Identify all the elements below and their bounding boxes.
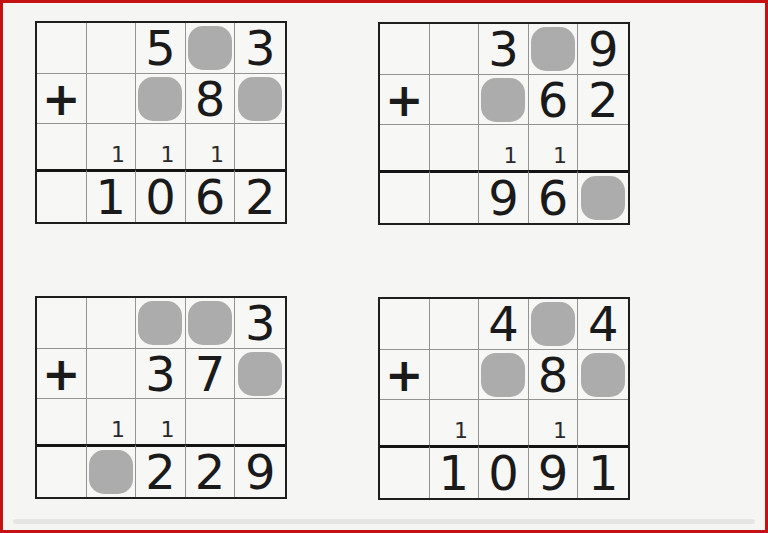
- grid3-cell-r1c5: 3: [235, 298, 285, 348]
- grid3-cell-r2c2: [87, 348, 137, 398]
- grid3-cell-r3c2: 1: [87, 398, 137, 444]
- grid1-cell-r1c3: 5: [136, 23, 186, 73]
- digit: 6: [195, 173, 226, 221]
- hidden-digit-blob: [581, 353, 625, 397]
- addition-grid-top-left: 53+81111062: [35, 21, 287, 224]
- plus-sign: +: [42, 351, 81, 397]
- hidden-digit-blob: [481, 353, 525, 397]
- hidden-digit-blob: [238, 77, 282, 121]
- grid2-cell-r2c3: [479, 74, 529, 124]
- grid4-cell-r3c3: [479, 399, 529, 445]
- grid4-cell-r2c5: [578, 349, 628, 399]
- grid1-cell-r4c1: [37, 169, 87, 222]
- digit: 1: [96, 173, 127, 221]
- digit: 2: [145, 448, 176, 496]
- grid3-cell-r3c3: 1: [136, 398, 186, 444]
- grid2-cell-r4c3: 9: [479, 170, 529, 223]
- grid1-cell-r2c3: [136, 73, 186, 123]
- grid4-cell-r1c5: 4: [578, 299, 628, 349]
- grid2-cell-r1c1: [380, 24, 430, 74]
- grid2-cell-r1c2: [430, 24, 480, 74]
- grid4-cell-r4c4: 9: [529, 445, 579, 498]
- grid1-cell-r3c3: 1: [136, 123, 186, 169]
- hidden-digit-blob: [531, 302, 575, 346]
- hidden-digit-blob: [89, 450, 133, 494]
- grid4-cell-r3c4: 1: [529, 399, 579, 445]
- grid3-cell-r4c1: [37, 444, 87, 497]
- carry-digit: 1: [111, 144, 125, 169]
- grid3-cell-r1c1: [37, 298, 87, 348]
- grid1-cell-r3c4: 1: [186, 123, 236, 169]
- carry-digit: 1: [553, 145, 567, 170]
- digit: 0: [145, 173, 176, 221]
- scan-smudge: [13, 519, 755, 524]
- grid2-cell-r2c2: [430, 74, 480, 124]
- digit: 3: [245, 24, 276, 72]
- grid1-cell-r2c2: [87, 73, 137, 123]
- grid2-cell-r3c3: 1: [479, 124, 529, 170]
- grid3-cell-r4c2: [87, 444, 137, 497]
- grid3-cell-r2c1: +: [37, 348, 87, 398]
- digit: 3: [488, 25, 519, 73]
- digit: 0: [488, 449, 519, 497]
- grid3-cell-r4c3: 2: [136, 444, 186, 497]
- grid4-cell-r4c1: [380, 445, 430, 498]
- grid2-cell-r4c2: [430, 170, 480, 223]
- plus-sign: +: [385, 77, 424, 123]
- plus-sign: +: [385, 352, 424, 398]
- grid1-cell-r2c5: [235, 73, 285, 123]
- grid2-cell-r3c5: [578, 124, 628, 170]
- grid4-cell-r3c5: [578, 399, 628, 445]
- hidden-digit-blob: [481, 78, 525, 122]
- carry-digit: 1: [454, 420, 468, 445]
- grid4-cell-r1c3: 4: [479, 299, 529, 349]
- grid1-cell-r3c1: [37, 123, 87, 169]
- grid4-cell-r1c1: [380, 299, 430, 349]
- grid2-cell-r3c1: [380, 124, 430, 170]
- grid1-cell-r1c5: 3: [235, 23, 285, 73]
- grid3-cell-r1c4: [186, 298, 236, 348]
- digit: 4: [588, 300, 619, 348]
- grid4-cell-r3c2: 1: [430, 399, 480, 445]
- digit: 4: [488, 300, 519, 348]
- addition-grid-top-right: 39+621196: [378, 22, 630, 225]
- grid3-cell-r4c5: 9: [235, 444, 285, 497]
- digit: 9: [245, 448, 276, 496]
- grid3-cell-r1c3: [136, 298, 186, 348]
- grid2-cell-r4c5: [578, 170, 628, 223]
- grid1-cell-r2c4: 8: [186, 73, 236, 123]
- grid3-cell-r2c3: 3: [136, 348, 186, 398]
- grid4-cell-r1c2: [430, 299, 480, 349]
- grid1-cell-r2c1: +: [37, 73, 87, 123]
- digit: 3: [145, 350, 176, 398]
- digit: 3: [245, 299, 276, 347]
- digit: 6: [538, 174, 569, 222]
- grid1-cell-r3c5: [235, 123, 285, 169]
- grid3-cell-r2c4: 7: [186, 348, 236, 398]
- addition-grid-bottom-left: 3+3711229: [35, 296, 287, 499]
- digit: 9: [488, 174, 519, 222]
- digit: 7: [195, 350, 226, 398]
- hidden-digit-blob: [138, 77, 182, 121]
- grid2-cell-r3c4: 1: [529, 124, 579, 170]
- grid4-cell-r4c3: 0: [479, 445, 529, 498]
- digit: 5: [145, 24, 176, 72]
- grid4-cell-r2c3: [479, 349, 529, 399]
- grid1-cell-r1c1: [37, 23, 87, 73]
- grid2-cell-r4c1: [380, 170, 430, 223]
- grid1-cell-r4c2: 1: [87, 169, 137, 222]
- hidden-digit-blob: [188, 301, 232, 345]
- grid1-cell-r4c4: 6: [186, 169, 236, 222]
- grid4-cell-r3c1: [380, 399, 430, 445]
- carry-digit: 1: [160, 144, 174, 169]
- grid2-cell-r2c5: 2: [578, 74, 628, 124]
- grid3-cell-r3c5: [235, 398, 285, 444]
- grid4-cell-r4c5: 1: [578, 445, 628, 498]
- carry-digit: 1: [503, 145, 517, 170]
- grid3-cell-r1c2: [87, 298, 137, 348]
- grid1-cell-r4c5: 2: [235, 169, 285, 222]
- worksheet-page: 53+81111062 39+621196 3+3711229 44+81110…: [0, 0, 768, 533]
- grid3-cell-r2c5: [235, 348, 285, 398]
- digit: 9: [538, 449, 569, 497]
- grid3-cell-r3c1: [37, 398, 87, 444]
- digit: 8: [538, 351, 569, 399]
- grid2-cell-r3c2: [430, 124, 480, 170]
- grid2-cell-r1c4: [529, 24, 579, 74]
- grid1-cell-r4c3: 0: [136, 169, 186, 222]
- carry-digit: 1: [111, 419, 125, 444]
- grid2-cell-r1c5: 9: [578, 24, 628, 74]
- digit: 1: [439, 449, 470, 497]
- hidden-digit-blob: [531, 27, 575, 71]
- digit: 2: [245, 173, 276, 221]
- grid2-cell-r4c4: 6: [529, 170, 579, 223]
- grid3-cell-r4c4: 2: [186, 444, 236, 497]
- grid2-cell-r2c1: +: [380, 74, 430, 124]
- grid4-cell-r1c4: [529, 299, 579, 349]
- carry-digit: 1: [160, 419, 174, 444]
- carry-digit: 1: [553, 420, 567, 445]
- grid4-cell-r2c1: +: [380, 349, 430, 399]
- digit: 2: [588, 76, 619, 124]
- grid2-cell-r1c3: 3: [479, 24, 529, 74]
- grid4-cell-r2c4: 8: [529, 349, 579, 399]
- digit: 9: [588, 25, 619, 73]
- hidden-digit-blob: [188, 26, 232, 70]
- digit: 1: [588, 449, 619, 497]
- grid1-cell-r1c4: [186, 23, 236, 73]
- grid4-cell-r4c2: 1: [430, 445, 480, 498]
- grid1-cell-r1c2: [87, 23, 137, 73]
- grid2-cell-r2c4: 6: [529, 74, 579, 124]
- grid1-cell-r3c2: 1: [87, 123, 137, 169]
- digit: 8: [195, 75, 226, 123]
- digit: 2: [195, 448, 226, 496]
- grid3-cell-r3c4: [186, 398, 236, 444]
- digit: 6: [538, 76, 569, 124]
- hidden-digit-blob: [138, 301, 182, 345]
- plus-sign: +: [42, 76, 81, 122]
- carry-digit: 1: [210, 144, 224, 169]
- grid4-cell-r2c2: [430, 349, 480, 399]
- hidden-digit-blob: [581, 176, 625, 220]
- addition-grid-bottom-right: 44+8111091: [378, 297, 630, 500]
- hidden-digit-blob: [238, 352, 282, 396]
